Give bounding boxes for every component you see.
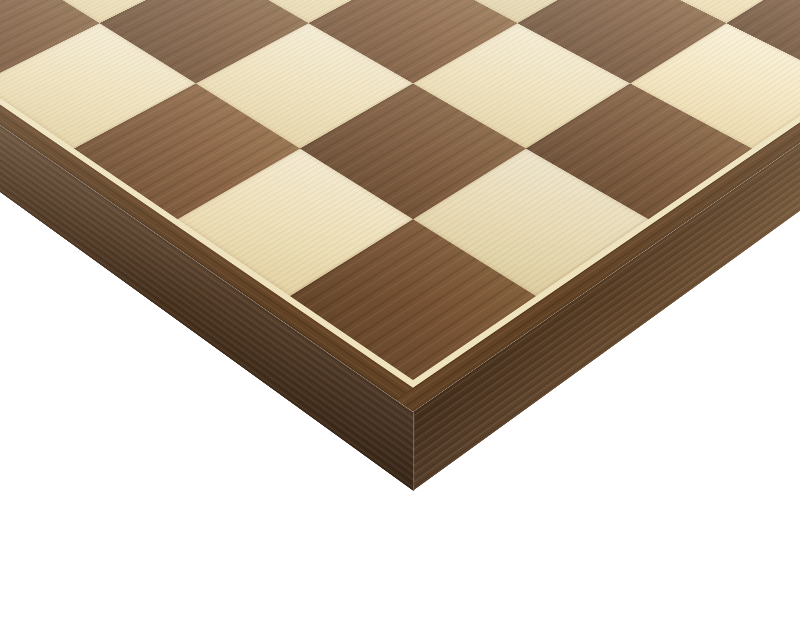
perspective-viewport [0,0,800,640]
board-top-face [0,0,800,412]
board-photo [0,0,800,640]
